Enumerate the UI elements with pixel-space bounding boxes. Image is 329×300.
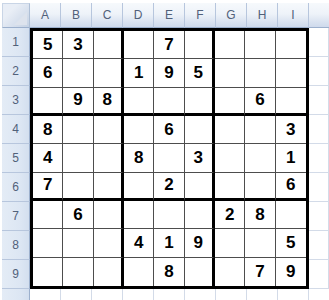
sudoku-cell-E1[interactable]: 7 [154, 31, 184, 59]
sudoku-cell-H5[interactable] [245, 144, 275, 172]
sudoku-cell-F8[interactable]: 9 [185, 229, 215, 257]
sudoku-cell-D6[interactable] [124, 173, 154, 201]
sudoku-cell-A2[interactable]: 6 [33, 59, 63, 87]
column-header-e[interactable]: E [154, 3, 185, 28]
sudoku-cell-B4[interactable] [63, 116, 93, 144]
sudoku-cell-D1[interactable] [124, 31, 154, 59]
sudoku-cell-D2[interactable]: 1 [124, 59, 154, 87]
column-header-g[interactable]: G [216, 3, 247, 28]
sudoku-cell-C7[interactable] [94, 201, 124, 229]
sudoku-cell-A9[interactable] [33, 258, 63, 286]
sudoku-cell-E7[interactable] [154, 201, 184, 229]
sudoku-cell-E3[interactable] [154, 88, 184, 116]
sudoku-cell-I6[interactable]: 6 [276, 173, 306, 201]
sheet-cells-bottom [30, 289, 329, 300]
row-header-6[interactable]: 6 [2, 173, 30, 202]
sudoku-cell-F5[interactable]: 3 [185, 144, 215, 172]
sudoku-cell-C5[interactable] [94, 144, 124, 172]
sudoku-cell-F3[interactable] [185, 88, 215, 116]
sudoku-cell-H6[interactable] [245, 173, 275, 201]
sudoku-cell-A6[interactable]: 7 [33, 173, 63, 201]
sudoku-cell-I8[interactable]: 5 [276, 229, 306, 257]
spreadsheet: ABCDEFGHI 123456789 53761959868634831726… [0, 0, 329, 300]
sudoku-cell-A8[interactable] [33, 229, 63, 257]
sudoku-cell-E6[interactable]: 2 [154, 173, 184, 201]
sudoku-cell-F7[interactable] [185, 201, 215, 229]
sudoku-cell-C8[interactable] [94, 229, 124, 257]
sudoku-cell-A3[interactable] [33, 88, 63, 116]
row-header-4[interactable]: 4 [2, 115, 30, 144]
sudoku-cell-E5[interactable] [154, 144, 184, 172]
sudoku-cell-G2[interactable] [215, 59, 245, 87]
column-header-d[interactable]: D [123, 3, 154, 28]
sudoku-cell-I4[interactable]: 3 [276, 116, 306, 144]
sudoku-cell-D8[interactable]: 4 [124, 229, 154, 257]
sudoku-cell-D5[interactable]: 8 [124, 144, 154, 172]
row-header-column: 123456789 [2, 28, 30, 300]
column-header-b[interactable]: B [61, 3, 92, 28]
sudoku-board: 537619598686348317266284195879 [30, 28, 309, 289]
sudoku-cell-E4[interactable]: 6 [154, 116, 184, 144]
sudoku-cell-G7[interactable]: 2 [215, 201, 245, 229]
sudoku-cell-G9[interactable] [215, 258, 245, 286]
sudoku-cell-H7[interactable]: 8 [245, 201, 275, 229]
sudoku-cell-G1[interactable] [215, 31, 245, 59]
sudoku-cell-C2[interactable] [94, 59, 124, 87]
sudoku-cell-F4[interactable] [185, 116, 215, 144]
sudoku-cell-A4[interactable]: 8 [33, 116, 63, 144]
row-header-8[interactable]: 8 [2, 231, 30, 260]
column-headers: ABCDEFGHI [30, 3, 309, 28]
sudoku-cell-H9[interactable]: 7 [245, 258, 275, 286]
sudoku-cell-H4[interactable] [245, 116, 275, 144]
column-header-h[interactable]: H [247, 3, 278, 28]
sudoku-cell-I5[interactable]: 1 [276, 144, 306, 172]
sudoku-cell-C1[interactable] [94, 31, 124, 59]
sudoku-cell-H1[interactable] [245, 31, 275, 59]
row-header-3[interactable]: 3 [2, 86, 30, 115]
row-headers: 123456789 [2, 28, 30, 289]
sudoku-cell-H8[interactable] [245, 229, 275, 257]
sudoku-cell-D7[interactable] [124, 201, 154, 229]
sudoku-cell-B5[interactable] [63, 144, 93, 172]
sudoku-cell-A7[interactable] [33, 201, 63, 229]
sudoku-cell-A1[interactable]: 5 [33, 31, 63, 59]
sudoku-cell-G8[interactable] [215, 229, 245, 257]
sudoku-cell-B6[interactable] [63, 173, 93, 201]
sudoku-cell-F9[interactable] [185, 258, 215, 286]
sudoku-cell-B8[interactable] [63, 229, 93, 257]
sudoku-cell-B9[interactable] [63, 258, 93, 286]
sudoku-cell-I2[interactable] [276, 59, 306, 87]
column-header-partial[interactable] [309, 3, 329, 28]
sudoku-cell-B3[interactable]: 9 [63, 88, 93, 116]
sudoku-cell-E8[interactable]: 1 [154, 229, 184, 257]
sudoku-cell-F1[interactable] [185, 31, 215, 59]
sudoku-cell-A5[interactable]: 4 [33, 144, 63, 172]
sudoku-cell-C3[interactable]: 8 [94, 88, 124, 116]
sudoku-cell-I3[interactable] [276, 88, 306, 116]
sudoku-cell-I7[interactable] [276, 201, 306, 229]
sudoku-cell-F6[interactable] [185, 173, 215, 201]
sudoku-cell-F2[interactable]: 5 [185, 59, 215, 87]
sudoku-cell-C4[interactable] [94, 116, 124, 144]
sudoku-cell-G4[interactable] [215, 116, 245, 144]
sudoku-cell-I9[interactable]: 9 [276, 258, 306, 286]
column-header-f[interactable]: F [185, 3, 216, 28]
row-header-9[interactable]: 9 [2, 260, 30, 289]
sudoku-cell-C6[interactable] [94, 173, 124, 201]
column-header-row: ABCDEFGHI [2, 3, 329, 28]
sheet-cells-right [309, 28, 329, 289]
select-all-button[interactable] [2, 3, 30, 28]
select-all-triangle-icon [14, 12, 27, 25]
column-header-i[interactable]: I [278, 3, 309, 28]
sudoku-cell-D9[interactable] [124, 258, 154, 286]
sudoku-cell-G6[interactable] [215, 173, 245, 201]
row-header-2[interactable]: 2 [2, 57, 30, 86]
sudoku-cell-G5[interactable] [215, 144, 245, 172]
sudoku-cell-C9[interactable] [94, 258, 124, 286]
sudoku-cell-E9[interactable]: 8 [154, 258, 184, 286]
sudoku-cell-B1[interactable]: 3 [63, 31, 93, 59]
row-header-partial[interactable] [2, 289, 30, 300]
sudoku-cell-G3[interactable] [215, 88, 245, 116]
column-header-c[interactable]: C [92, 3, 123, 28]
row-header-5[interactable]: 5 [2, 144, 30, 173]
sudoku-cell-H3[interactable]: 6 [245, 88, 275, 116]
sudoku-cell-D4[interactable] [124, 116, 154, 144]
sudoku-cell-D3[interactable] [124, 88, 154, 116]
sudoku-cell-B2[interactable] [63, 59, 93, 87]
column-header-a[interactable]: A [30, 3, 61, 28]
sudoku-cell-B7[interactable]: 6 [63, 201, 93, 229]
row-header-1[interactable]: 1 [2, 28, 30, 57]
sudoku-cell-I1[interactable] [276, 31, 306, 59]
sudoku-cell-E2[interactable]: 9 [154, 59, 184, 87]
row-header-7[interactable]: 7 [2, 202, 30, 231]
sudoku-cell-H2[interactable] [245, 59, 275, 87]
